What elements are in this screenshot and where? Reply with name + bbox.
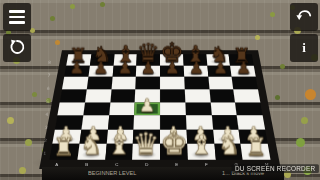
square-h6[interactable] [232,77,258,89]
menu-button[interactable] [3,3,31,31]
white-rook-h1[interactable]: ♜ [243,135,271,159]
square-h1[interactable]: ♜ [241,144,271,159]
rank-label-4: 4 [46,112,49,117]
square-e6[interactable] [160,77,184,89]
black-pawn-c7[interactable]: ♟ [112,60,136,77]
new-game-button[interactable] [3,34,31,62]
square-f4[interactable] [185,102,211,115]
rank-label-6: 6 [47,86,50,91]
board-3d-tilt: ♜♞♝♛♚♝♞♜♟♟♟♟♟♟♟♟♟♟♟♟♟♟♟♟♜♞♝♛♚♝♞♜ [39,50,281,169]
rank-label-7: 7 [48,73,51,78]
file-label-a: A [55,162,58,167]
square-c4[interactable] [109,102,135,115]
square-f7[interactable]: ♟ [183,65,207,77]
file-label-b: B [85,162,88,167]
rank-label-2: 2 [44,138,47,143]
square-a7[interactable]: ♟ [64,65,90,77]
square-h5[interactable] [233,89,260,102]
rotate-restart-icon [8,38,26,59]
white-queen-d1[interactable]: ♛ [132,129,160,159]
board-grid: ♜♞♝♛♚♝♞♜♟♟♟♟♟♟♟♟♟♟♟♟♟♟♟♟♜♞♝♛♚♝♞♜ [49,54,270,160]
info-button[interactable]: i [290,34,318,62]
square-f5[interactable] [184,89,210,102]
square-b4[interactable] [83,102,110,115]
black-pawn-h7[interactable]: ♟ [232,60,256,77]
square-d7[interactable]: ♟ [136,65,160,77]
square-h7[interactable]: ♟ [230,65,256,77]
square-g5[interactable] [209,89,235,102]
square-f6[interactable] [184,77,209,89]
board-frame: ♜♞♝♛♚♝♞♜♟♟♟♟♟♟♟♟♟♟♟♟♟♟♟♟♜♞♝♛♚♝♞♜ [39,50,281,169]
rank-label-5: 5 [46,99,49,104]
square-d1[interactable]: ♛ [132,144,160,159]
square-g7[interactable]: ♟ [207,65,232,77]
white-king-e1[interactable]: ♚ [160,128,188,159]
level-label: BEGINNER LEVEL [88,170,136,176]
square-e7[interactable]: ♟ [160,65,184,77]
file-label-d: D [145,162,148,167]
undo-button[interactable] [290,3,318,31]
rank-label-1: 1 [43,151,46,156]
screen-recorder-watermark: DU SCREEN RECORDER [232,164,319,173]
square-a6[interactable] [62,77,88,89]
square-e5[interactable] [160,89,185,102]
square-b1[interactable]: ♞ [77,144,106,159]
square-f1[interactable]: ♝ [187,144,215,159]
square-c7[interactable]: ♟ [112,65,136,77]
square-b7[interactable]: ♟ [88,65,113,77]
square-g1[interactable]: ♞ [214,144,243,159]
chess-app-screen: ♜♞♝♛♚♝♞♜♟♟♟♟♟♟♟♟♟♟♟♟♟♟♟♟♜♞♝♛♚♝♞♜ ABCDEFG… [0,0,320,180]
undo-arrow-icon [295,7,313,28]
file-label-f: F [205,162,208,167]
square-h4[interactable] [235,102,262,115]
file-label-e: E [175,162,178,167]
info-icon: i [302,40,306,56]
black-pawn-d7[interactable]: ♟ [136,60,160,77]
square-g6[interactable] [208,77,234,89]
black-pawn-a7[interactable]: ♟ [64,60,88,77]
white-pawn-d4[interactable]: ♟ [134,97,160,115]
white-knight-g1[interactable]: ♞ [215,134,243,159]
square-c6[interactable] [111,77,136,89]
square-b6[interactable] [87,77,113,89]
black-pawn-e7[interactable]: ♟ [160,60,184,77]
white-rook-a1[interactable]: ♜ [50,135,78,159]
square-e4[interactable] [160,102,186,115]
square-a1[interactable]: ♜ [49,144,79,159]
square-e1[interactable]: ♚ [160,144,188,159]
hamburger-menu-icon [9,10,25,24]
square-d4[interactable]: ♟ [134,102,160,115]
square-b5[interactable] [85,89,111,102]
white-bishop-c1[interactable]: ♝ [105,132,133,159]
black-pawn-g7[interactable]: ♟ [208,60,232,77]
white-bishop-f1[interactable]: ♝ [188,132,216,159]
rank-label-8: 8 [48,60,51,65]
black-pawn-b7[interactable]: ♟ [88,60,112,77]
square-g4[interactable] [210,102,237,115]
rank-label-3: 3 [45,125,48,130]
square-a5[interactable] [60,89,87,102]
file-label-c: C [115,162,118,167]
square-c1[interactable]: ♝ [105,144,133,159]
white-knight-b1[interactable]: ♞ [77,134,105,159]
square-c5[interactable] [110,89,136,102]
black-pawn-f7[interactable]: ♟ [184,60,208,77]
square-a4[interactable] [57,102,84,115]
square-d6[interactable] [136,77,160,89]
